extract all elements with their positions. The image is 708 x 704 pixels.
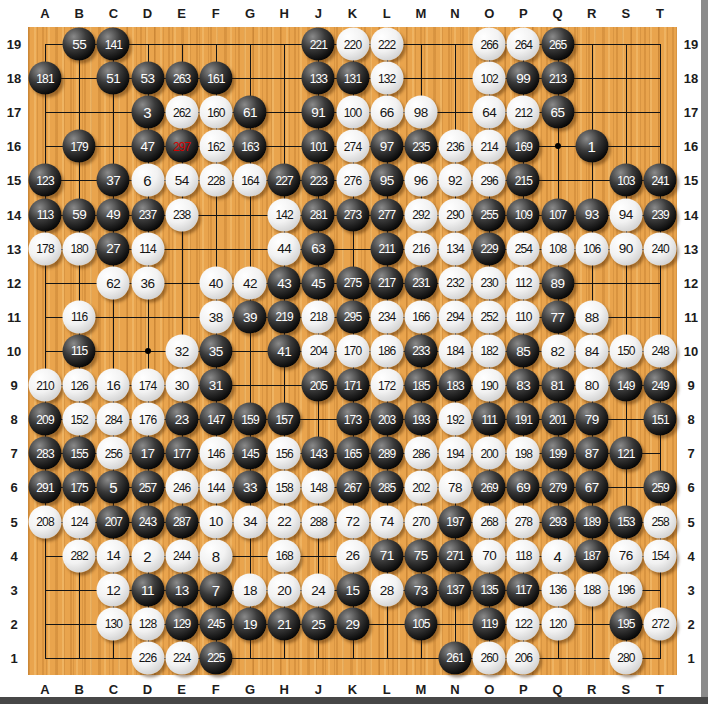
stone-O7[interactable]: 200: [473, 437, 506, 470]
stone-J6[interactable]: 148: [302, 471, 335, 504]
stone-N7[interactable]: 194: [439, 437, 472, 470]
stone-H6[interactable]: 158: [268, 471, 301, 504]
stone-A13[interactable]: 178: [29, 232, 62, 265]
row-label-right-9: 9: [687, 378, 694, 393]
stone-D3[interactable]: 11: [131, 573, 164, 606]
stone-Q14[interactable]: 107: [541, 198, 574, 231]
stone-A6[interactable]: 291: [29, 471, 62, 504]
stone-N8[interactable]: 192: [439, 403, 472, 436]
stone-C8[interactable]: 284: [97, 403, 130, 436]
stone-C4[interactable]: 14: [97, 539, 130, 572]
stone-P10[interactable]: 85: [507, 334, 540, 367]
stone-C5[interactable]: 207: [97, 505, 130, 538]
stone-K2[interactable]: 29: [336, 607, 369, 640]
move-number: 39: [243, 310, 257, 324]
stone-O18[interactable]: 102: [473, 62, 506, 95]
stone-L8[interactable]: 203: [370, 403, 403, 436]
stone-G7[interactable]: 145: [234, 437, 267, 470]
stone-M12[interactable]: 231: [404, 266, 437, 299]
stone-R16[interactable]: 1: [575, 130, 608, 163]
stone-S13[interactable]: 90: [609, 232, 642, 265]
stone-C12[interactable]: 62: [97, 266, 130, 299]
stone-E4[interactable]: 244: [165, 539, 198, 572]
stone-J14[interactable]: 281: [302, 198, 335, 231]
stone-N13[interactable]: 134: [439, 232, 472, 265]
stone-H7[interactable]: 156: [268, 437, 301, 470]
stone-O10[interactable]: 182: [473, 334, 506, 367]
stone-J3[interactable]: 24: [302, 573, 335, 606]
move-number: 101: [310, 140, 327, 152]
stone-P1[interactable]: 206: [507, 641, 540, 674]
stone-R9[interactable]: 80: [575, 369, 608, 402]
stone-L3[interactable]: 28: [370, 573, 403, 606]
move-number: 289: [378, 447, 395, 459]
stone-N11[interactable]: 294: [439, 300, 472, 333]
stone-E7[interactable]: 177: [165, 437, 198, 470]
stone-O12[interactable]: 230: [473, 266, 506, 299]
stone-K12[interactable]: 275: [336, 266, 369, 299]
row-label-right-1: 1: [687, 650, 694, 665]
stone-H14[interactable]: 142: [268, 198, 301, 231]
stone-Q17[interactable]: 65: [541, 96, 574, 129]
stone-K7[interactable]: 165: [336, 437, 369, 470]
stone-E17[interactable]: 262: [165, 96, 198, 129]
stone-J13[interactable]: 63: [302, 232, 335, 265]
star-point-D10: [145, 348, 151, 354]
stone-M13[interactable]: 216: [404, 232, 437, 265]
stone-L5[interactable]: 74: [370, 505, 403, 538]
stone-Q6[interactable]: 279: [541, 471, 574, 504]
stone-F17[interactable]: 160: [199, 96, 232, 129]
stone-S2[interactable]: 195: [609, 607, 642, 640]
stone-P3[interactable]: 117: [507, 573, 540, 606]
stone-F12[interactable]: 40: [199, 266, 232, 299]
stone-D14[interactable]: 237: [131, 198, 164, 231]
stone-P6[interactable]: 69: [507, 471, 540, 504]
stone-L7[interactable]: 289: [370, 437, 403, 470]
stone-E18[interactable]: 263: [165, 62, 198, 95]
stone-F1[interactable]: 225: [199, 641, 232, 674]
stone-K18[interactable]: 131: [336, 62, 369, 95]
stone-L9[interactable]: 172: [370, 369, 403, 402]
stone-P9[interactable]: 83: [507, 369, 540, 402]
stone-L11[interactable]: 234: [370, 300, 403, 333]
stone-Q9[interactable]: 81: [541, 369, 574, 402]
stone-D16[interactable]: 47: [131, 130, 164, 163]
stone-N1[interactable]: 261: [439, 641, 472, 674]
stone-H12[interactable]: 43: [268, 266, 301, 299]
stone-D6[interactable]: 257: [131, 471, 164, 504]
stone-K5[interactable]: 72: [336, 505, 369, 538]
stone-Q8[interactable]: 201: [541, 403, 574, 436]
stone-S3[interactable]: 196: [609, 573, 642, 606]
stone-F15[interactable]: 228: [199, 164, 232, 197]
stone-E3[interactable]: 13: [165, 573, 198, 606]
stone-G16[interactable]: 163: [234, 130, 267, 163]
stone-N12[interactable]: 232: [439, 266, 472, 299]
stone-C7[interactable]: 256: [97, 437, 130, 470]
stone-G12[interactable]: 42: [234, 266, 267, 299]
stone-B16[interactable]: 179: [63, 130, 96, 163]
move-number: 94: [619, 208, 633, 222]
stone-O2[interactable]: 119: [473, 607, 506, 640]
stone-R10[interactable]: 84: [575, 334, 608, 367]
stone-E14[interactable]: 238: [165, 198, 198, 231]
stone-R11[interactable]: 88: [575, 300, 608, 333]
stone-B5[interactable]: 124: [63, 505, 96, 538]
move-number: 157: [276, 413, 293, 425]
stone-M6[interactable]: 202: [404, 471, 437, 504]
stone-P11[interactable]: 110: [507, 300, 540, 333]
stone-O17[interactable]: 64: [473, 96, 506, 129]
stone-G11[interactable]: 39: [234, 300, 267, 333]
stone-M5[interactable]: 270: [404, 505, 437, 538]
move-number: 270: [412, 516, 429, 528]
stone-L6[interactable]: 285: [370, 471, 403, 504]
stone-M3[interactable]: 73: [404, 573, 437, 606]
stone-H10[interactable]: 41: [268, 334, 301, 367]
stone-Q11[interactable]: 77: [541, 300, 574, 333]
stone-A15[interactable]: 123: [29, 164, 62, 197]
stone-T4[interactable]: 154: [644, 539, 677, 572]
stone-F10[interactable]: 35: [199, 334, 232, 367]
stone-E5[interactable]: 287: [165, 505, 198, 538]
stone-K3[interactable]: 15: [336, 573, 369, 606]
stone-P17[interactable]: 212: [507, 96, 540, 129]
stone-R6[interactable]: 67: [575, 471, 608, 504]
stone-O3[interactable]: 135: [473, 573, 506, 606]
stone-O13[interactable]: 229: [473, 232, 506, 265]
stone-O11[interactable]: 252: [473, 300, 506, 333]
stone-M2[interactable]: 105: [404, 607, 437, 640]
stone-B8[interactable]: 152: [63, 403, 96, 436]
stone-F9[interactable]: 31: [199, 369, 232, 402]
stone-S5[interactable]: 153: [609, 505, 642, 538]
stone-K9[interactable]: 171: [336, 369, 369, 402]
stone-O19[interactable]: 266: [473, 28, 506, 61]
stone-O5[interactable]: 268: [473, 505, 506, 538]
stone-A18[interactable]: 181: [29, 62, 62, 95]
stone-D13[interactable]: 114: [131, 232, 164, 265]
stone-L15[interactable]: 95: [370, 164, 403, 197]
stone-Q7[interactable]: 199: [541, 437, 574, 470]
stone-T9[interactable]: 249: [644, 369, 677, 402]
stone-J10[interactable]: 204: [302, 334, 335, 367]
move-number: 173: [344, 413, 361, 425]
stone-T10[interactable]: 248: [644, 334, 677, 367]
stone-C9[interactable]: 16: [97, 369, 130, 402]
stone-D9[interactable]: 174: [131, 369, 164, 402]
stone-E2[interactable]: 129: [165, 607, 198, 640]
stone-Q13[interactable]: 108: [541, 232, 574, 265]
stone-A14[interactable]: 113: [29, 198, 62, 231]
stone-R14[interactable]: 93: [575, 198, 608, 231]
stone-N10[interactable]: 184: [439, 334, 472, 367]
stone-E9[interactable]: 30: [165, 369, 198, 402]
stone-E16-last-move[interactable]: 297: [165, 130, 198, 163]
stone-F11[interactable]: 38: [199, 300, 232, 333]
stone-D5[interactable]: 243: [131, 505, 164, 538]
stone-T6[interactable]: 259: [644, 471, 677, 504]
stone-K6[interactable]: 267: [336, 471, 369, 504]
stone-E10[interactable]: 32: [165, 334, 198, 367]
stone-P5[interactable]: 278: [507, 505, 540, 538]
stone-P18[interactable]: 99: [507, 62, 540, 95]
stone-K8[interactable]: 173: [336, 403, 369, 436]
stone-L4[interactable]: 71: [370, 539, 403, 572]
stone-O8[interactable]: 111: [473, 403, 506, 436]
stone-N14[interactable]: 290: [439, 198, 472, 231]
stone-R5[interactable]: 189: [575, 505, 608, 538]
stone-P19[interactable]: 264: [507, 28, 540, 61]
stone-Q4[interactable]: 4: [541, 539, 574, 572]
stone-D8[interactable]: 176: [131, 403, 164, 436]
stone-Q19[interactable]: 265: [541, 28, 574, 61]
stone-Q18[interactable]: 213: [541, 62, 574, 95]
stone-J5[interactable]: 288: [302, 505, 335, 538]
stone-K15[interactable]: 276: [336, 164, 369, 197]
stone-L18[interactable]: 132: [370, 62, 403, 95]
stone-B7[interactable]: 155: [63, 437, 96, 470]
stone-S14[interactable]: 94: [609, 198, 642, 231]
stone-J15[interactable]: 223: [302, 164, 335, 197]
stone-J17[interactable]: 91: [302, 96, 335, 129]
stone-P13[interactable]: 254: [507, 232, 540, 265]
stone-S15[interactable]: 103: [609, 164, 642, 197]
stone-H3[interactable]: 20: [268, 573, 301, 606]
stone-S1[interactable]: 280: [609, 641, 642, 674]
move-number: 231: [412, 277, 429, 289]
stone-J12[interactable]: 45: [302, 266, 335, 299]
stone-L13[interactable]: 211: [370, 232, 403, 265]
stone-K19[interactable]: 220: [336, 28, 369, 61]
stone-F3[interactable]: 7: [199, 573, 232, 606]
stone-J2[interactable]: 25: [302, 607, 335, 640]
stone-S9[interactable]: 149: [609, 369, 642, 402]
stone-Q2[interactable]: 120: [541, 607, 574, 640]
move-number: 262: [173, 106, 190, 118]
stone-T5[interactable]: 258: [644, 505, 677, 538]
stone-P15[interactable]: 215: [507, 164, 540, 197]
stone-R7[interactable]: 87: [575, 437, 608, 470]
stone-B10[interactable]: 115: [63, 334, 96, 367]
stone-R4[interactable]: 187: [575, 539, 608, 572]
stone-H2[interactable]: 21: [268, 607, 301, 640]
stone-A7[interactable]: 283: [29, 437, 62, 470]
stone-L12[interactable]: 217: [370, 266, 403, 299]
stone-K11[interactable]: 295: [336, 300, 369, 333]
stone-C14[interactable]: 49: [97, 198, 130, 231]
stone-J19[interactable]: 221: [302, 28, 335, 61]
row-label-left-15: 15: [7, 173, 21, 188]
stone-C13[interactable]: 27: [97, 232, 130, 265]
stone-B14[interactable]: 59: [63, 198, 96, 231]
move-number: 43: [277, 276, 291, 290]
stone-Q10[interactable]: 82: [541, 334, 574, 367]
stone-A8[interactable]: 209: [29, 403, 62, 436]
stone-N6[interactable]: 78: [439, 471, 472, 504]
stone-O6[interactable]: 269: [473, 471, 506, 504]
stone-D15[interactable]: 6: [131, 164, 164, 197]
stone-O1[interactable]: 260: [473, 641, 506, 674]
stone-E6[interactable]: 246: [165, 471, 198, 504]
stone-S10[interactable]: 150: [609, 334, 642, 367]
stone-M16[interactable]: 235: [404, 130, 437, 163]
stone-B13[interactable]: 180: [63, 232, 96, 265]
stone-O4[interactable]: 70: [473, 539, 506, 572]
stone-T2[interactable]: 272: [644, 607, 677, 640]
stone-B6[interactable]: 175: [63, 471, 96, 504]
stone-M14[interactable]: 292: [404, 198, 437, 231]
stone-C18[interactable]: 51: [97, 62, 130, 95]
stone-M10[interactable]: 233: [404, 334, 437, 367]
stone-D2[interactable]: 128: [131, 607, 164, 640]
stone-R13[interactable]: 106: [575, 232, 608, 265]
stone-D17[interactable]: 3: [131, 96, 164, 129]
col-label-bottom-G: G: [245, 682, 255, 697]
stone-N4[interactable]: 271: [439, 539, 472, 572]
stone-K4[interactable]: 26: [336, 539, 369, 572]
move-number: 135: [481, 584, 498, 596]
stone-E1[interactable]: 224: [165, 641, 198, 674]
stone-L10[interactable]: 186: [370, 334, 403, 367]
stone-G8[interactable]: 159: [234, 403, 267, 436]
stone-J7[interactable]: 143: [302, 437, 335, 470]
stone-D7[interactable]: 17: [131, 437, 164, 470]
stone-L19[interactable]: 222: [370, 28, 403, 61]
stone-R8[interactable]: 79: [575, 403, 608, 436]
stone-P4[interactable]: 118: [507, 539, 540, 572]
stone-C3[interactable]: 12: [97, 573, 130, 606]
stone-M7[interactable]: 286: [404, 437, 437, 470]
stone-E15[interactable]: 54: [165, 164, 198, 197]
stone-N16[interactable]: 236: [439, 130, 472, 163]
stone-F2[interactable]: 245: [199, 607, 232, 640]
stone-H15[interactable]: 227: [268, 164, 301, 197]
stone-K17[interactable]: 100: [336, 96, 369, 129]
stone-P7[interactable]: 198: [507, 437, 540, 470]
stone-F7[interactable]: 146: [199, 437, 232, 470]
stone-B9[interactable]: 126: [63, 369, 96, 402]
stone-M9[interactable]: 185: [404, 369, 437, 402]
stone-P14[interactable]: 109: [507, 198, 540, 231]
stone-D18[interactable]: 53: [131, 62, 164, 95]
stone-L14[interactable]: 277: [370, 198, 403, 231]
stone-F18[interactable]: 161: [199, 62, 232, 95]
stone-K10[interactable]: 170: [336, 334, 369, 367]
stone-F5[interactable]: 10: [199, 505, 232, 538]
stone-G17[interactable]: 61: [234, 96, 267, 129]
stone-R3[interactable]: 188: [575, 573, 608, 606]
move-number: 45: [311, 276, 325, 290]
stone-M11[interactable]: 166: [404, 300, 437, 333]
stone-P12[interactable]: 112: [507, 266, 540, 299]
stone-H11[interactable]: 219: [268, 300, 301, 333]
move-number: 257: [139, 481, 156, 493]
stone-T13[interactable]: 240: [644, 232, 677, 265]
stone-N5[interactable]: 197: [439, 505, 472, 538]
stone-H8[interactable]: 157: [268, 403, 301, 436]
col-label-bottom-P: P: [519, 682, 528, 697]
stone-O16[interactable]: 214: [473, 130, 506, 163]
stone-B19[interactable]: 55: [63, 28, 96, 61]
stone-H13[interactable]: 44: [268, 232, 301, 265]
stone-Q12[interactable]: 89: [541, 266, 574, 299]
stone-B4[interactable]: 282: [63, 539, 96, 572]
stone-T8[interactable]: 151: [644, 403, 677, 436]
stone-J9[interactable]: 205: [302, 369, 335, 402]
move-number: 16: [106, 378, 120, 392]
stone-G6[interactable]: 33: [234, 471, 267, 504]
stone-N9[interactable]: 183: [439, 369, 472, 402]
stone-K16[interactable]: 274: [336, 130, 369, 163]
stone-J18[interactable]: 133: [302, 62, 335, 95]
stone-C6[interactable]: 5: [97, 471, 130, 504]
stone-D1[interactable]: 226: [131, 641, 164, 674]
stone-N3[interactable]: 137: [439, 573, 472, 606]
stone-F4[interactable]: 8: [199, 539, 232, 572]
stone-A5[interactable]: 208: [29, 505, 62, 538]
stone-T14[interactable]: 239: [644, 198, 677, 231]
stone-Q3[interactable]: 136: [541, 573, 574, 606]
stone-C15[interactable]: 37: [97, 164, 130, 197]
stone-J11[interactable]: 218: [302, 300, 335, 333]
stone-F16[interactable]: 162: [199, 130, 232, 163]
stone-O9[interactable]: 190: [473, 369, 506, 402]
stone-Q5[interactable]: 293: [541, 505, 574, 538]
move-number: 214: [481, 140, 498, 152]
stone-M8[interactable]: 193: [404, 403, 437, 436]
stone-F6[interactable]: 144: [199, 471, 232, 504]
stone-H5[interactable]: 22: [268, 505, 301, 538]
stone-L17[interactable]: 66: [370, 96, 403, 129]
stone-G5[interactable]: 34: [234, 505, 267, 538]
col-label-top-L: L: [383, 6, 391, 21]
row-label-left-17: 17: [7, 105, 21, 120]
stone-P16[interactable]: 169: [507, 130, 540, 163]
stone-F8[interactable]: 147: [199, 403, 232, 436]
stone-C19[interactable]: 141: [97, 28, 130, 61]
move-number: 256: [105, 447, 122, 459]
stone-B11[interactable]: 116: [63, 300, 96, 333]
stone-G15[interactable]: 164: [234, 164, 267, 197]
stone-L16[interactable]: 97: [370, 130, 403, 163]
stone-D4[interactable]: 2: [131, 539, 164, 572]
stone-M15[interactable]: 96: [404, 164, 437, 197]
stone-E8[interactable]: 23: [165, 403, 198, 436]
stone-C2[interactable]: 130: [97, 607, 130, 640]
stone-M4[interactable]: 75: [404, 539, 437, 572]
stone-S4[interactable]: 76: [609, 539, 642, 572]
stone-O15[interactable]: 296: [473, 164, 506, 197]
stone-P2[interactable]: 122: [507, 607, 540, 640]
stone-G3[interactable]: 18: [234, 573, 267, 606]
stone-M17[interactable]: 98: [404, 96, 437, 129]
stone-S7[interactable]: 121: [609, 437, 642, 470]
stone-H4[interactable]: 168: [268, 539, 301, 572]
stone-G2[interactable]: 19: [234, 607, 267, 640]
stone-P8[interactable]: 191: [507, 403, 540, 436]
stone-D12[interactable]: 36: [131, 266, 164, 299]
stone-O14[interactable]: 255: [473, 198, 506, 231]
move-number: 212: [515, 106, 532, 118]
stone-T15[interactable]: 241: [644, 164, 677, 197]
stone-J16[interactable]: 101: [302, 130, 335, 163]
stone-A9[interactable]: 210: [29, 369, 62, 402]
stone-K14[interactable]: 273: [336, 198, 369, 231]
stone-N15[interactable]: 92: [439, 164, 472, 197]
move-number: 17: [140, 447, 154, 461]
